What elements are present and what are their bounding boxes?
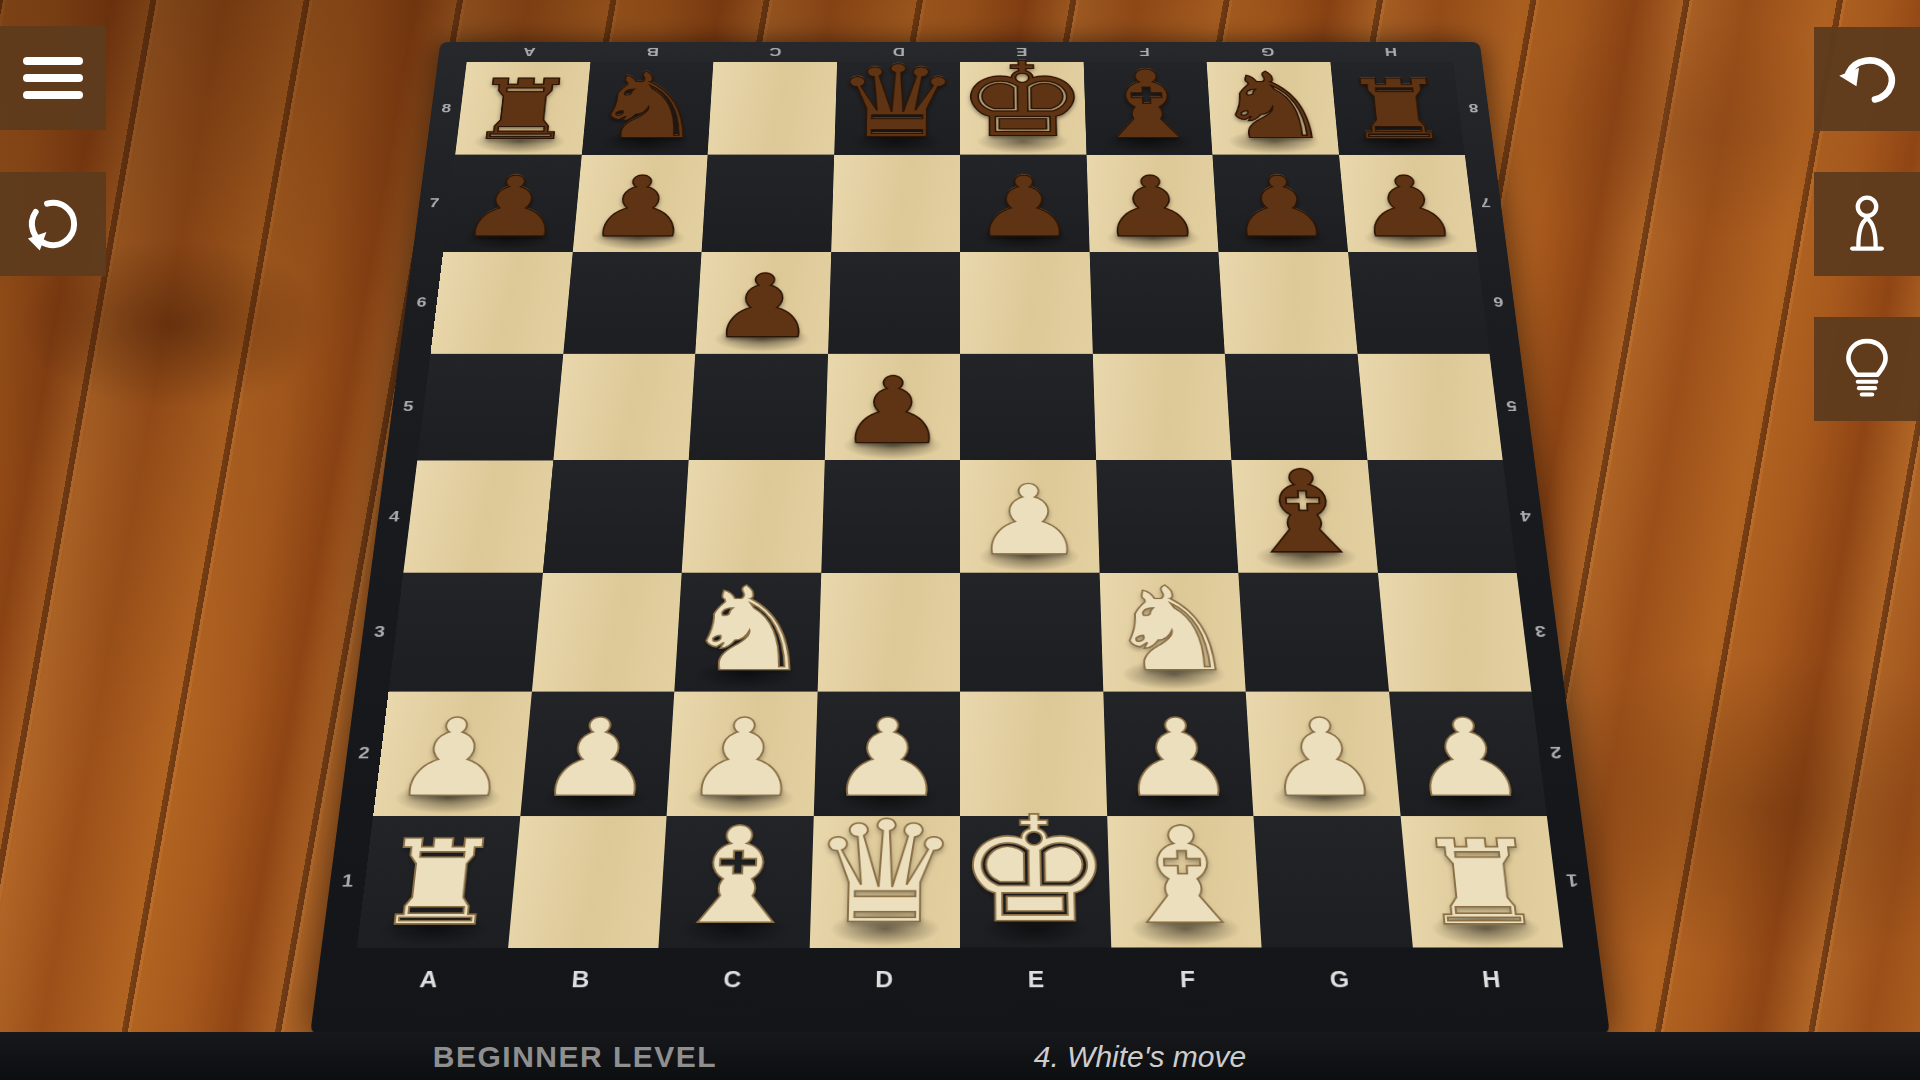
white-knight-f3[interactable]: ♞ — [1104, 575, 1241, 685]
square-h2[interactable]: ♟ — [1389, 691, 1547, 816]
black-bishop-g4[interactable]: ♝ — [1233, 458, 1375, 566]
square-g3[interactable] — [1238, 573, 1388, 691]
restart-icon — [20, 191, 86, 257]
coordinate-label-B: B — [503, 960, 658, 998]
square-a1[interactable]: ♜ — [357, 816, 520, 948]
coordinate-label-D: D — [837, 43, 960, 61]
white-pawn-a2[interactable]: ♟ — [387, 707, 517, 809]
coordinate-label-C: C — [713, 43, 837, 61]
square-c2[interactable]: ♟ — [667, 691, 818, 816]
black-pawn-h7[interactable]: ♟ — [1351, 167, 1464, 246]
square-g4[interactable]: ♝ — [1231, 460, 1377, 572]
square-g5[interactable] — [1225, 354, 1367, 461]
square-f1[interactable]: ♝ — [1107, 816, 1262, 948]
black-bishop-f8[interactable]: ♝ — [1085, 60, 1210, 149]
square-a2[interactable]: ♟ — [373, 691, 531, 816]
hint-button[interactable] — [1814, 317, 1920, 421]
square-f8[interactable]: ♝ — [1083, 62, 1212, 155]
black-king-e8[interactable]: ♚ — [956, 52, 1090, 150]
square-a7[interactable]: ♟ — [443, 155, 581, 252]
white-pawn-b2[interactable]: ♟ — [534, 707, 660, 809]
square-a6[interactable] — [431, 252, 573, 354]
white-queen-d1[interactable]: ♛ — [807, 806, 962, 940]
black-knight-g8[interactable]: ♞ — [1211, 63, 1334, 149]
square-b5[interactable] — [553, 354, 695, 461]
coordinate-label-G: G — [1262, 960, 1417, 998]
file-labels-top: ABCDEFGH — [467, 43, 1453, 61]
black-rook-a8[interactable]: ♜ — [465, 71, 580, 150]
white-pawn-h2[interactable]: ♟ — [1403, 707, 1533, 809]
coordinate-label-H: H — [1328, 43, 1453, 61]
undo-button[interactable] — [1814, 27, 1920, 131]
square-h1[interactable]: ♜ — [1400, 816, 1563, 948]
white-rook-a1[interactable]: ♜ — [369, 828, 508, 940]
square-e5[interactable] — [960, 354, 1096, 461]
square-h4[interactable] — [1367, 460, 1517, 572]
coordinate-label-F: F — [1083, 43, 1207, 61]
black-pawn-c6[interactable]: ♟ — [708, 265, 819, 348]
square-g2[interactable]: ♟ — [1246, 691, 1400, 816]
square-d3[interactable] — [817, 573, 960, 691]
black-rook-h8[interactable]: ♜ — [1340, 71, 1455, 150]
coordinate-label-A: A — [467, 43, 592, 61]
black-pawn-g7[interactable]: ♟ — [1225, 167, 1336, 246]
coordinate-label-G: G — [1205, 43, 1329, 61]
coordinate-label-E: E — [960, 43, 1083, 61]
difficulty-level-label: BEGINNER LEVEL — [433, 1040, 717, 1074]
pawn-player-icon — [1836, 192, 1898, 256]
square-c7[interactable] — [702, 155, 834, 252]
square-d5[interactable]: ♟ — [824, 354, 960, 461]
square-b2[interactable]: ♟ — [520, 691, 674, 816]
square-c1[interactable]: ♝ — [658, 816, 813, 948]
board-grid: ♜♞♛♚♝♞♜♟♟♟♟♟♟♟♟♟♝♞♞♟♟♟♟♟♟♟♜♝♛♚♝♜ — [357, 62, 1563, 947]
square-e4[interactable]: ♟ — [960, 460, 1099, 572]
white-bishop-c1[interactable]: ♝ — [661, 813, 811, 940]
white-knight-c3[interactable]: ♞ — [679, 575, 816, 685]
coordinate-label-B: B — [590, 43, 714, 61]
square-b7[interactable]: ♟ — [572, 155, 707, 252]
square-e1[interactable]: ♚ — [960, 816, 1111, 948]
hamburger-icon — [23, 57, 83, 99]
file-labels-bottom: ABCDEFGH — [351, 960, 1570, 998]
square-g6[interactable] — [1218, 252, 1357, 354]
black-pawn-a7[interactable]: ♟ — [456, 167, 569, 246]
black-knight-b8[interactable]: ♞ — [586, 63, 709, 149]
white-pawn-e4[interactable]: ♟ — [972, 475, 1086, 567]
square-g7[interactable]: ♟ — [1212, 155, 1347, 252]
square-a5[interactable] — [417, 354, 563, 461]
square-a8[interactable]: ♜ — [455, 62, 590, 155]
square-g1[interactable] — [1253, 816, 1412, 948]
black-pawn-f7[interactable]: ♟ — [1098, 167, 1206, 246]
square-f5[interactable] — [1092, 354, 1231, 461]
square-c5[interactable] — [689, 354, 828, 461]
square-g8[interactable]: ♞ — [1207, 62, 1339, 155]
square-e7[interactable]: ♟ — [960, 155, 1089, 252]
coordinate-label-A: A — [351, 960, 507, 998]
square-c6[interactable]: ♟ — [695, 252, 831, 354]
black-pawn-e7[interactable]: ♟ — [972, 167, 1078, 246]
lightbulb-icon — [1838, 336, 1896, 402]
coordinate-label-E: E — [960, 960, 1112, 998]
white-pawn-g2[interactable]: ♟ — [1260, 707, 1386, 809]
chess-board: ♜♞♛♚♝♞♜♟♟♟♟♟♟♟♟♟♝♞♞♟♟♟♟♟♟♟♜♝♛♚♝♜ ABCDEFG… — [310, 42, 1610, 1035]
square-b3[interactable] — [531, 573, 681, 691]
player-mode-button[interactable] — [1814, 172, 1920, 276]
coordinate-label-D: D — [808, 960, 960, 998]
square-d6[interactable] — [828, 252, 960, 354]
square-h3[interactable] — [1378, 573, 1532, 691]
black-pawn-b7[interactable]: ♟ — [585, 167, 696, 246]
square-h7[interactable]: ♟ — [1339, 155, 1477, 252]
white-bishop-f1[interactable]: ♝ — [1109, 813, 1259, 940]
square-b1[interactable] — [508, 816, 667, 948]
square-f6[interactable] — [1089, 252, 1225, 354]
white-rook-h1[interactable]: ♜ — [1412, 828, 1551, 940]
square-b8[interactable]: ♞ — [581, 62, 713, 155]
square-d4[interactable] — [821, 460, 960, 572]
square-h6[interactable] — [1348, 252, 1490, 354]
restart-button[interactable] — [0, 172, 106, 276]
undo-icon — [1834, 48, 1900, 110]
square-h5[interactable] — [1357, 354, 1503, 461]
square-e3[interactable] — [960, 573, 1103, 691]
square-c8[interactable] — [708, 62, 837, 155]
white-pawn-c2[interactable]: ♟ — [680, 707, 803, 809]
square-h8[interactable]: ♜ — [1330, 62, 1465, 155]
square-f2[interactable]: ♟ — [1103, 691, 1254, 816]
status-bar: BEGINNER LEVEL 4. White's move — [0, 1032, 1920, 1080]
square-d1[interactable]: ♛ — [809, 816, 960, 948]
square-d7[interactable] — [831, 155, 960, 252]
square-c3[interactable]: ♞ — [674, 573, 821, 691]
square-a3[interactable] — [389, 573, 543, 691]
coordinate-label-C: C — [655, 960, 809, 998]
move-indicator: 4. White's move — [1034, 1040, 1246, 1074]
white-pawn-f2[interactable]: ♟ — [1116, 707, 1239, 809]
square-f3[interactable]: ♞ — [1099, 573, 1246, 691]
square-a4[interactable] — [403, 460, 553, 572]
menu-button[interactable] — [0, 26, 106, 130]
white-king-e1[interactable]: ♚ — [955, 802, 1115, 941]
square-b4[interactable] — [542, 460, 688, 572]
square-b6[interactable] — [563, 252, 702, 354]
board-scene: ♜♞♛♚♝♞♜♟♟♟♟♟♟♟♟♟♝♞♞♟♟♟♟♟♟♟♜♝♛♚♝♜ ABCDEFG… — [0, 0, 1920, 1080]
black-queen-d8[interactable]: ♛ — [832, 55, 962, 150]
square-c4[interactable] — [682, 460, 825, 572]
square-f4[interactable] — [1096, 460, 1239, 572]
square-f7[interactable]: ♟ — [1086, 155, 1218, 252]
square-e6[interactable] — [960, 252, 1092, 354]
square-d8[interactable]: ♛ — [834, 62, 960, 155]
black-pawn-d5[interactable]: ♟ — [837, 367, 948, 454]
square-e8[interactable]: ♚ — [960, 62, 1086, 155]
coordinate-label-H: H — [1414, 960, 1570, 998]
coordinate-label-F: F — [1111, 960, 1265, 998]
